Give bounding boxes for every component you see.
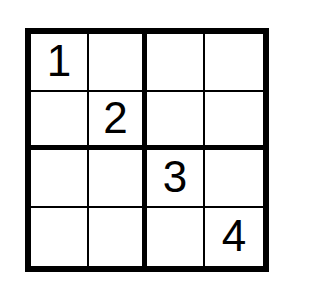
cell-r4c1[interactable] [31, 208, 89, 266]
cell-r2c2[interactable]: 2 [89, 92, 147, 150]
cell-r3c2[interactable] [89, 150, 147, 208]
given-digit: 4 [222, 214, 246, 258]
cell-r1c1[interactable]: 1 [31, 34, 89, 92]
cell-r1c2[interactable] [89, 34, 147, 92]
cell-r3c1[interactable] [31, 150, 89, 208]
cell-r3c4[interactable] [205, 150, 263, 208]
cell-r2c4[interactable] [205, 92, 263, 150]
cell-r4c3[interactable] [147, 208, 205, 266]
given-digit: 2 [103, 96, 127, 140]
cell-r4c4[interactable]: 4 [205, 208, 263, 266]
cell-r1c4[interactable] [205, 34, 263, 92]
sudoku-board: 1234 [25, 28, 269, 272]
cell-r2c1[interactable] [31, 92, 89, 150]
cell-r3c3[interactable]: 3 [147, 150, 205, 208]
given-digit: 3 [163, 155, 187, 199]
cell-r1c3[interactable] [147, 34, 205, 92]
cell-r2c3[interactable] [147, 92, 205, 150]
sudoku-page: 1234 [0, 0, 309, 304]
given-digit: 1 [47, 39, 71, 83]
cell-r4c2[interactable] [89, 208, 147, 266]
